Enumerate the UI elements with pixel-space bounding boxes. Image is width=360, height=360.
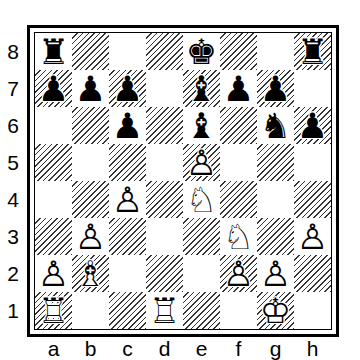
white-pawn: ♟♙ bbox=[183, 144, 220, 181]
rank-label-3: 3 bbox=[2, 218, 24, 255]
rank-label-4: 4 bbox=[2, 181, 24, 218]
square-e2[interactable] bbox=[183, 255, 220, 292]
square-a7[interactable]: ♟ bbox=[35, 70, 72, 107]
square-f3[interactable]: ♞♘ bbox=[220, 218, 257, 255]
black-pawn: ♟ bbox=[35, 70, 72, 107]
square-f8[interactable] bbox=[220, 33, 257, 70]
black-knight: ♞ bbox=[257, 107, 294, 144]
square-h4[interactable] bbox=[294, 181, 331, 218]
square-g2[interactable]: ♟♙ bbox=[257, 255, 294, 292]
square-d7[interactable] bbox=[146, 70, 183, 107]
square-d2[interactable] bbox=[146, 255, 183, 292]
white-king: ♚♔ bbox=[257, 292, 294, 329]
rank-labels: 87654321 bbox=[2, 33, 24, 329]
square-f6[interactable] bbox=[220, 107, 257, 144]
square-a8[interactable]: ♜ bbox=[35, 33, 72, 70]
black-king: ♚ bbox=[183, 33, 220, 70]
white-bishop: ♝♗ bbox=[72, 255, 109, 292]
square-f5[interactable] bbox=[220, 144, 257, 181]
square-h6[interactable]: ♟ bbox=[294, 107, 331, 144]
square-h2[interactable] bbox=[294, 255, 331, 292]
square-g7[interactable]: ♟ bbox=[257, 70, 294, 107]
file-labels: abcdefgh bbox=[35, 337, 331, 360]
square-c2[interactable] bbox=[109, 255, 146, 292]
square-g4[interactable] bbox=[257, 181, 294, 218]
white-knight: ♞♘ bbox=[183, 181, 220, 218]
rank-label-8: 8 bbox=[2, 33, 24, 70]
white-pawn: ♟♙ bbox=[35, 255, 72, 292]
rank-label-5: 5 bbox=[2, 144, 24, 181]
square-e7[interactable]: ♝ bbox=[183, 70, 220, 107]
square-b7[interactable]: ♟ bbox=[72, 70, 109, 107]
square-h3[interactable]: ♟♙ bbox=[294, 218, 331, 255]
square-b2[interactable]: ♝♗ bbox=[72, 255, 109, 292]
square-a3[interactable] bbox=[35, 218, 72, 255]
square-d3[interactable] bbox=[146, 218, 183, 255]
square-b6[interactable] bbox=[72, 107, 109, 144]
file-label-c: c bbox=[109, 337, 146, 360]
white-rook: ♜♖ bbox=[35, 292, 72, 329]
white-pawn: ♟♙ bbox=[109, 181, 146, 218]
white-pawn: ♟♙ bbox=[257, 255, 294, 292]
square-f1[interactable] bbox=[220, 292, 257, 329]
black-rook: ♜ bbox=[294, 33, 331, 70]
square-c1[interactable] bbox=[109, 292, 146, 329]
file-label-e: e bbox=[183, 337, 220, 360]
file-label-d: d bbox=[146, 337, 183, 360]
square-a2[interactable]: ♟♙ bbox=[35, 255, 72, 292]
board-outer-border: ♜♚♜♟♟♟♝♟♟♟♝♞♟♟♙♟♙♞♘♟♙♞♘♟♙♟♙♝♗♟♙♟♙♜♖♜♖♚♔ bbox=[27, 25, 339, 337]
black-pawn: ♟ bbox=[109, 107, 146, 144]
file-label-g: g bbox=[257, 337, 294, 360]
square-e3[interactable] bbox=[183, 218, 220, 255]
square-a1[interactable]: ♜♖ bbox=[35, 292, 72, 329]
square-h5[interactable] bbox=[294, 144, 331, 181]
square-h7[interactable] bbox=[294, 70, 331, 107]
square-d1[interactable]: ♜♖ bbox=[146, 292, 183, 329]
square-c8[interactable] bbox=[109, 33, 146, 70]
square-f2[interactable]: ♟♙ bbox=[220, 255, 257, 292]
square-e8[interactable]: ♚ bbox=[183, 33, 220, 70]
chess-board: ♜♚♜♟♟♟♝♟♟♟♝♞♟♟♙♟♙♞♘♟♙♞♘♟♙♟♙♝♗♟♙♟♙♜♖♜♖♚♔ bbox=[35, 33, 331, 329]
square-h8[interactable]: ♜ bbox=[294, 33, 331, 70]
square-e5[interactable]: ♟♙ bbox=[183, 144, 220, 181]
black-pawn: ♟ bbox=[220, 70, 257, 107]
square-b3[interactable]: ♟♙ bbox=[72, 218, 109, 255]
file-label-b: b bbox=[72, 337, 109, 360]
square-f4[interactable] bbox=[220, 181, 257, 218]
square-c6[interactable]: ♟ bbox=[109, 107, 146, 144]
rank-label-7: 7 bbox=[2, 70, 24, 107]
square-d8[interactable] bbox=[146, 33, 183, 70]
square-g6[interactable]: ♞ bbox=[257, 107, 294, 144]
square-d4[interactable] bbox=[146, 181, 183, 218]
square-c4[interactable]: ♟♙ bbox=[109, 181, 146, 218]
black-pawn: ♟ bbox=[109, 70, 146, 107]
rank-label-1: 1 bbox=[2, 292, 24, 329]
white-knight: ♞♘ bbox=[220, 218, 257, 255]
square-b1[interactable] bbox=[72, 292, 109, 329]
square-g8[interactable] bbox=[257, 33, 294, 70]
square-g1[interactable]: ♚♔ bbox=[257, 292, 294, 329]
black-rook: ♜ bbox=[35, 33, 72, 70]
black-bishop: ♝ bbox=[183, 107, 220, 144]
white-rook: ♜♖ bbox=[146, 292, 183, 329]
square-c3[interactable] bbox=[109, 218, 146, 255]
square-g5[interactable] bbox=[257, 144, 294, 181]
board-inner-border: ♜♚♜♟♟♟♝♟♟♟♝♞♟♟♙♟♙♞♘♟♙♞♘♟♙♟♙♝♗♟♙♟♙♜♖♜♖♚♔ bbox=[34, 32, 332, 330]
square-c7[interactable]: ♟ bbox=[109, 70, 146, 107]
square-e4[interactable]: ♞♘ bbox=[183, 181, 220, 218]
square-a5[interactable] bbox=[35, 144, 72, 181]
white-pawn: ♟♙ bbox=[294, 218, 331, 255]
file-label-h: h bbox=[294, 337, 331, 360]
square-b5[interactable] bbox=[72, 144, 109, 181]
square-b8[interactable] bbox=[72, 33, 109, 70]
black-pawn: ♟ bbox=[294, 107, 331, 144]
square-a6[interactable] bbox=[35, 107, 72, 144]
file-label-f: f bbox=[220, 337, 257, 360]
square-c5[interactable] bbox=[109, 144, 146, 181]
square-g3[interactable] bbox=[257, 218, 294, 255]
square-d6[interactable] bbox=[146, 107, 183, 144]
square-b4[interactable] bbox=[72, 181, 109, 218]
square-a4[interactable] bbox=[35, 181, 72, 218]
square-h1[interactable] bbox=[294, 292, 331, 329]
white-pawn: ♟♙ bbox=[72, 218, 109, 255]
square-f7[interactable]: ♟ bbox=[220, 70, 257, 107]
black-pawn: ♟ bbox=[72, 70, 109, 107]
square-d5[interactable] bbox=[146, 144, 183, 181]
black-bishop: ♝ bbox=[183, 70, 220, 107]
square-e1[interactable] bbox=[183, 292, 220, 329]
file-label-a: a bbox=[35, 337, 72, 360]
square-e6[interactable]: ♝ bbox=[183, 107, 220, 144]
rank-label-2: 2 bbox=[2, 255, 24, 292]
black-pawn: ♟ bbox=[257, 70, 294, 107]
white-pawn: ♟♙ bbox=[220, 255, 257, 292]
rank-label-6: 6 bbox=[2, 107, 24, 144]
